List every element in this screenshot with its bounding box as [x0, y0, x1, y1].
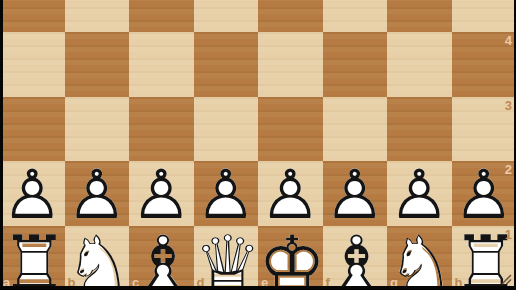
- square-a5[interactable]: [0, 0, 65, 32]
- square-g4[interactable]: [387, 32, 452, 97]
- square-d3[interactable]: [194, 97, 259, 162]
- square-d1[interactable]: ♛♕d: [194, 226, 259, 290]
- white-pawn[interactable]: ♟♙: [323, 161, 388, 226]
- square-h4[interactable]: 4: [452, 32, 516, 97]
- chess-app-screen: 43♟♙♟♙♟♙♟♙♟♙♟♙♟♙♟♙2♜♖a♞♘b♝♗c♛♕d♚♔e♝♗f♞♘g…: [0, 0, 516, 290]
- white-bishop[interactable]: ♝♗: [323, 226, 388, 290]
- square-b2[interactable]: ♟♙: [65, 161, 130, 226]
- square-f1[interactable]: ♝♗f: [323, 226, 388, 290]
- square-b4[interactable]: [65, 32, 130, 97]
- square-h2[interactable]: ♟♙2: [452, 161, 516, 226]
- square-a2[interactable]: ♟♙: [0, 161, 65, 226]
- white-pawn[interactable]: ♟♙: [0, 161, 65, 226]
- square-c4[interactable]: [129, 32, 194, 97]
- white-bishop-glyph-outline: ♗: [323, 226, 391, 290]
- letterbox-bottom: [0, 286, 516, 290]
- square-d4[interactable]: [194, 32, 259, 97]
- square-d5[interactable]: [194, 0, 259, 32]
- rank-label-2: 2: [505, 163, 512, 176]
- chess-board[interactable]: 43♟♙♟♙♟♙♟♙♟♙♟♙♟♙♟♙2♜♖a♞♘b♝♗c♛♕d♚♔e♝♗f♞♘g…: [0, 0, 516, 290]
- square-b5[interactable]: [65, 0, 130, 32]
- square-e5[interactable]: [258, 0, 323, 32]
- letterbox-left: [0, 0, 3, 290]
- square-c2[interactable]: ♟♙: [129, 161, 194, 226]
- square-a4[interactable]: [0, 32, 65, 97]
- square-f5[interactable]: [323, 0, 388, 32]
- square-f2[interactable]: ♟♙: [323, 161, 388, 226]
- square-e4[interactable]: [258, 32, 323, 97]
- square-h5[interactable]: [452, 0, 516, 32]
- square-g3[interactable]: [387, 97, 452, 162]
- square-c3[interactable]: [129, 97, 194, 162]
- square-h3[interactable]: 3: [452, 97, 516, 162]
- rank-label-1: 1: [505, 228, 512, 241]
- square-e3[interactable]: [258, 97, 323, 162]
- square-f4[interactable]: [323, 32, 388, 97]
- white-pawn[interactable]: ♟♙: [194, 161, 259, 226]
- square-g5[interactable]: [387, 0, 452, 32]
- square-e1[interactable]: ♚♔e: [258, 226, 323, 290]
- board-resize-grip-icon[interactable]: [499, 272, 512, 285]
- square-f3[interactable]: [323, 97, 388, 162]
- square-c5[interactable]: [129, 0, 194, 32]
- white-pawn[interactable]: ♟♙: [129, 161, 194, 226]
- square-c1[interactable]: ♝♗c: [129, 226, 194, 290]
- square-d2[interactable]: ♟♙: [194, 161, 259, 226]
- square-b1[interactable]: ♞♘b: [65, 226, 130, 290]
- square-a1[interactable]: ♜♖a: [0, 226, 65, 290]
- square-b3[interactable]: [65, 97, 130, 162]
- square-g1[interactable]: ♞♘g: [387, 226, 452, 290]
- square-g2[interactable]: ♟♙: [387, 161, 452, 226]
- rank-label-4: 4: [505, 34, 512, 47]
- square-e2[interactable]: ♟♙: [258, 161, 323, 226]
- white-pawn[interactable]: ♟♙: [387, 161, 452, 226]
- rank-label-3: 3: [505, 99, 512, 112]
- white-pawn[interactable]: ♟♙: [65, 161, 130, 226]
- white-pawn[interactable]: ♟♙: [258, 161, 323, 226]
- square-a3[interactable]: [0, 97, 65, 162]
